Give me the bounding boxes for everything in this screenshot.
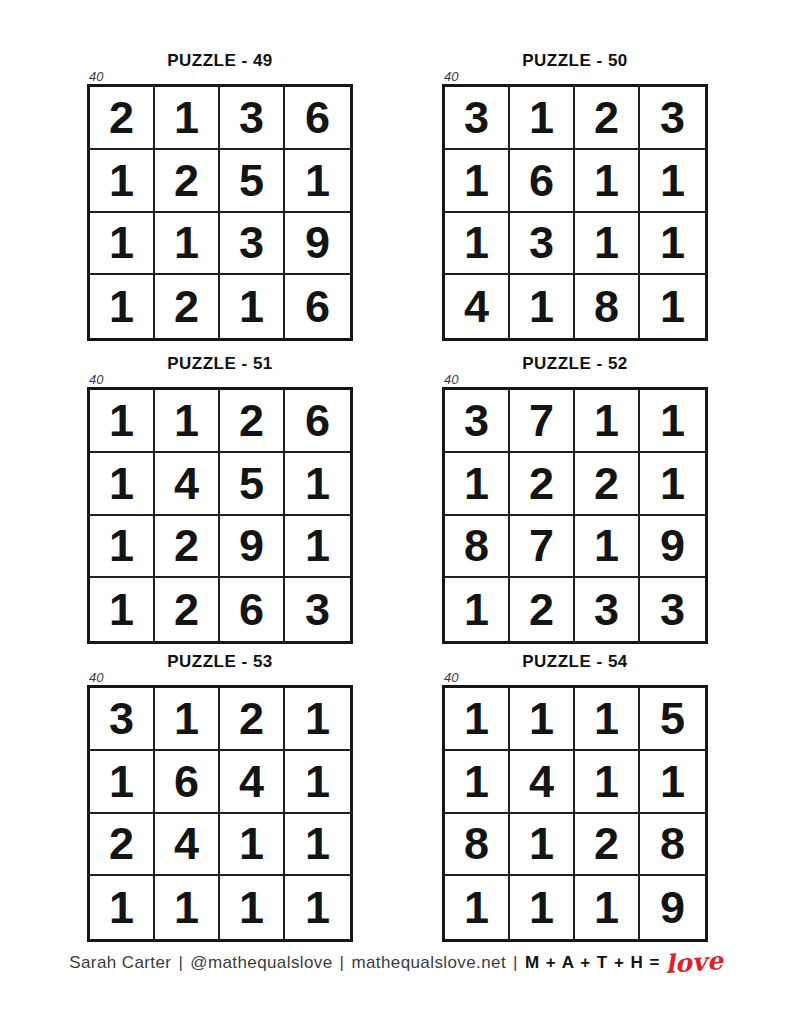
puzzle-52-board: 3711122187191233	[442, 387, 708, 644]
puzzle-cell: 1	[155, 213, 220, 276]
puzzle-49-board: 2136125111391216	[87, 84, 353, 341]
puzzle-cell: 4	[155, 814, 220, 877]
puzzle-cell: 1	[90, 578, 155, 641]
puzzle-cell: 3	[220, 87, 285, 150]
puzzle-cell: 3	[575, 578, 640, 641]
puzzle-cell: 2	[155, 150, 220, 213]
footer-math-equation: M + A + T + H =	[525, 953, 661, 972]
footer-love-script: love	[664, 946, 724, 979]
puzzle-cell: 2	[90, 814, 155, 877]
puzzle-cell: 5	[220, 150, 285, 213]
puzzle-53-board: 3121164124111111	[87, 685, 353, 942]
puzzle-51-title: PUZZLE - 51	[87, 355, 353, 373]
puzzle-49: PUZZLE - 49 40 2136125111391216	[87, 52, 353, 341]
puzzle-cell: 7	[510, 516, 575, 579]
puzzle-53: PUZZLE - 53 40 3121164124111111	[87, 653, 353, 942]
puzzle-cell: 1	[575, 213, 640, 276]
puzzle-cell: 1	[510, 688, 575, 751]
puzzle-cell: 1	[575, 751, 640, 814]
puzzle-cell: 7	[510, 390, 575, 453]
puzzle-54-target-label: 40	[442, 671, 708, 685]
puzzle-cell: 3	[445, 390, 510, 453]
puzzle-53-title: PUZZLE - 53	[87, 653, 353, 671]
footer-separator: |	[171, 953, 190, 972]
puzzle-cell: 2	[220, 390, 285, 453]
puzzle-cell: 1	[285, 150, 350, 213]
puzzle-cell: 3	[640, 87, 705, 150]
puzzle-cell: 1	[445, 453, 510, 516]
puzzle-cell: 2	[155, 578, 220, 641]
puzzle-cell: 2	[155, 275, 220, 338]
puzzle-cell: 6	[220, 578, 285, 641]
puzzle-cell: 2	[90, 87, 155, 150]
footer-website: mathequalslove.net	[351, 953, 506, 972]
puzzle-cell: 1	[640, 390, 705, 453]
puzzle-cell: 1	[285, 876, 350, 939]
footer: Sarah Carter|@mathequalslove|mathequalsl…	[0, 948, 792, 977]
footer-separator: |	[333, 953, 352, 972]
puzzle-54: PUZZLE - 54 40 1115141181281119	[442, 653, 708, 942]
puzzle-cell: 1	[285, 814, 350, 877]
puzzle-cell: 9	[640, 876, 705, 939]
puzzle-cell: 3	[445, 87, 510, 150]
puzzle-cell: 1	[220, 275, 285, 338]
puzzle-cell: 1	[220, 814, 285, 877]
puzzle-cell: 2	[575, 453, 640, 516]
puzzle-cell: 3	[510, 213, 575, 276]
puzzle-cell: 1	[575, 876, 640, 939]
puzzle-cell: 5	[220, 453, 285, 516]
puzzle-cell: 1	[445, 751, 510, 814]
puzzle-cell: 6	[285, 275, 350, 338]
puzzle-cell: 1	[640, 751, 705, 814]
puzzle-cell: 1	[90, 751, 155, 814]
puzzle-cell: 2	[510, 453, 575, 516]
puzzle-cell: 1	[285, 751, 350, 814]
puzzle-cell: 9	[285, 213, 350, 276]
puzzle-cell: 6	[510, 150, 575, 213]
puzzle-cell: 1	[155, 390, 220, 453]
puzzle-cell: 6	[155, 751, 220, 814]
puzzle-cell: 3	[285, 578, 350, 641]
puzzle-cell: 1	[445, 150, 510, 213]
puzzle-cell: 1	[155, 876, 220, 939]
puzzle-cell: 8	[445, 516, 510, 579]
puzzle-50-board: 3123161113114181	[442, 84, 708, 341]
puzzle-cell: 1	[510, 87, 575, 150]
puzzle-51-target-label: 40	[87, 373, 353, 387]
footer-handle: @mathequalslove	[190, 953, 332, 972]
puzzle-52: PUZZLE - 52 40 3711122187191233	[442, 355, 708, 644]
puzzle-cell: 4	[220, 751, 285, 814]
puzzle-cell: 1	[90, 516, 155, 579]
puzzle-cell: 1	[285, 688, 350, 751]
puzzle-cell: 1	[510, 275, 575, 338]
puzzle-52-title: PUZZLE - 52	[442, 355, 708, 373]
puzzle-cell: 9	[220, 516, 285, 579]
puzzle-cell: 1	[575, 688, 640, 751]
puzzle-cell: 1	[640, 213, 705, 276]
puzzle-cell: 1	[90, 453, 155, 516]
puzzle-cell: 5	[640, 688, 705, 751]
puzzle-cell: 4	[445, 275, 510, 338]
puzzle-cell: 1	[90, 275, 155, 338]
puzzle-cell: 1	[640, 453, 705, 516]
puzzle-cell: 8	[445, 814, 510, 877]
puzzle-cell: 1	[575, 516, 640, 579]
puzzle-cell: 2	[155, 516, 220, 579]
puzzle-cell: 3	[640, 578, 705, 641]
puzzle-cell: 2	[575, 87, 640, 150]
puzzle-53-target-label: 40	[87, 671, 353, 685]
puzzle-cell: 1	[90, 390, 155, 453]
puzzle-49-title: PUZZLE - 49	[87, 52, 353, 70]
puzzle-cell: 1	[445, 578, 510, 641]
puzzle-50: PUZZLE - 50 40 3123161113114181	[442, 52, 708, 341]
puzzle-cell: 1	[90, 150, 155, 213]
puzzle-cell: 1	[445, 688, 510, 751]
puzzle-51: PUZZLE - 51 40 1126145112911263	[87, 355, 353, 644]
puzzle-54-title: PUZZLE - 54	[442, 653, 708, 671]
puzzle-cell: 2	[510, 578, 575, 641]
puzzle-cell: 8	[575, 275, 640, 338]
puzzle-cell: 1	[575, 390, 640, 453]
puzzle-cell: 1	[445, 213, 510, 276]
puzzle-cell: 1	[285, 453, 350, 516]
puzzle-cell: 8	[640, 814, 705, 877]
puzzle-sheet-page: PUZZLE - 49 40 2136125111391216 PUZZLE -…	[0, 0, 792, 1024]
puzzle-cell: 1	[445, 876, 510, 939]
puzzle-52-target-label: 40	[442, 373, 708, 387]
puzzle-cell: 1	[285, 516, 350, 579]
puzzle-cell: 1	[90, 213, 155, 276]
puzzle-cell: 4	[155, 453, 220, 516]
puzzle-51-board: 1126145112911263	[87, 387, 353, 644]
puzzle-54-board: 1115141181281119	[442, 685, 708, 942]
footer-author: Sarah Carter	[69, 953, 171, 972]
puzzle-cell: 9	[640, 516, 705, 579]
puzzle-cell: 1	[510, 876, 575, 939]
puzzle-cell: 2	[220, 688, 285, 751]
puzzle-cell: 6	[285, 390, 350, 453]
puzzle-cell: 1	[575, 150, 640, 213]
puzzle-cell: 6	[285, 87, 350, 150]
puzzle-cell: 1	[640, 275, 705, 338]
puzzle-cell: 1	[510, 814, 575, 877]
puzzle-cell: 1	[90, 876, 155, 939]
puzzle-cell: 1	[155, 688, 220, 751]
puzzle-cell: 3	[220, 213, 285, 276]
puzzle-49-target-label: 40	[87, 70, 353, 84]
puzzle-cell: 2	[575, 814, 640, 877]
puzzle-cell: 4	[510, 751, 575, 814]
footer-separator: |	[506, 953, 525, 972]
puzzle-50-target-label: 40	[442, 70, 708, 84]
puzzle-cell: 1	[155, 87, 220, 150]
puzzle-50-title: PUZZLE - 50	[442, 52, 708, 70]
puzzle-cell: 1	[640, 150, 705, 213]
puzzle-cell: 1	[220, 876, 285, 939]
puzzle-cell: 3	[90, 688, 155, 751]
